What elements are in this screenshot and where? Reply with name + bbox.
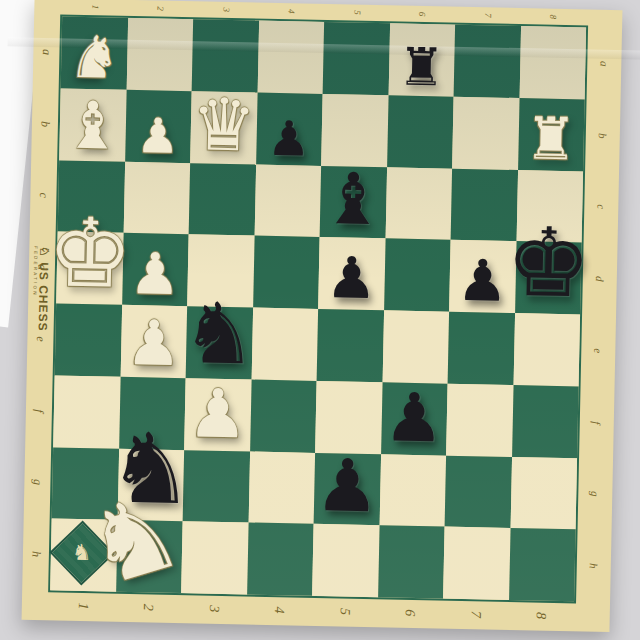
piece-black-bishop-c5[interactable]: ♝ xyxy=(321,163,386,235)
rank-label-top-3: 3 xyxy=(221,8,231,13)
piece-layer: ♞♝♟♛♚♟♟♟♞♜♜♟♝♟♟♚♞♟♞♟ xyxy=(50,16,586,601)
playing-area: ♞♝♟♛♚♟♟♟♞♜♜♟♝♟♟♚♞♟♞♟ xyxy=(48,14,588,603)
file-label-right-d: d xyxy=(594,276,606,282)
file-label-left-h: h xyxy=(28,551,43,557)
rank-label-top-6: 6 xyxy=(418,12,428,17)
rank-label-bottom-5: 5 xyxy=(336,608,352,615)
file-label-right-b: b xyxy=(597,133,609,139)
rank-label-bottom-1: 1 xyxy=(75,602,91,609)
rank-label-top-8: 8 xyxy=(549,14,559,19)
board-photo: ♞♝♟♛♚♟♟♟♞♜♜♟♝♟♟♚♞♟♞♟ ♘ US CHESS FEDERATI… xyxy=(0,0,640,640)
file-label-right-h: h xyxy=(588,563,600,569)
piece-black-king-d8[interactable]: ♚ xyxy=(505,215,592,312)
piece-white-knight-a1[interactable]: ♞ xyxy=(68,27,121,86)
rank-label-top-5: 5 xyxy=(352,10,362,15)
rank-label-top-7: 7 xyxy=(483,13,493,18)
coordinate-labels: aabbccddeeffgghh1122334455667788 xyxy=(35,0,623,10)
piece-white-rook-b8[interactable]: ♜ xyxy=(524,109,577,168)
piece-white-pawn-e2[interactable]: ♟ xyxy=(125,312,182,375)
chess-board: ♞♝♟♛♚♟♟♟♞♜♜♟♝♟♟♚♞♟♞♟ ♘ US CHESS FEDERATI… xyxy=(22,0,623,632)
rank-label-top-2: 2 xyxy=(156,6,166,11)
rank-label-bottom-6: 6 xyxy=(402,609,418,616)
file-label-right-f: f xyxy=(591,421,603,424)
rank-label-bottom-4: 4 xyxy=(271,606,287,613)
piece-black-pawn-f6[interactable]: ♟ xyxy=(383,384,444,452)
piece-white-pawn-f3[interactable]: ♟ xyxy=(187,380,248,448)
file-label-left-f: f xyxy=(31,409,46,413)
piece-black-pawn-d7[interactable]: ♟ xyxy=(456,252,508,310)
piece-black-rook-a6[interactable]: ♜ xyxy=(398,40,446,93)
piece-white-queen-b3[interactable]: ♛ xyxy=(191,88,257,161)
file-label-right-g: g xyxy=(589,491,601,497)
file-label-left-e: e xyxy=(33,336,48,342)
file-label-left-a: a xyxy=(39,49,54,55)
piece-white-bishop-b1[interactable]: ♝ xyxy=(63,92,123,158)
file-label-left-b: b xyxy=(37,121,52,127)
piece-black-pawn-b4[interactable]: ♟ xyxy=(267,113,311,162)
rank-label-top-4: 4 xyxy=(287,9,297,14)
piece-black-pawn-d5[interactable]: ♟ xyxy=(325,249,377,307)
rank-label-bottom-8: 8 xyxy=(533,612,549,619)
piece-white-pawn-d2[interactable]: ♟ xyxy=(129,245,181,303)
file-label-right-c: c xyxy=(595,205,607,210)
file-label-right-e: e xyxy=(592,348,604,353)
rank-label-bottom-3: 3 xyxy=(206,605,222,612)
piece-black-knight-g2[interactable]: ♞ xyxy=(106,420,195,519)
file-label-left-g: g xyxy=(30,479,45,485)
rank-label-bottom-7: 7 xyxy=(467,611,483,618)
piece-white-pawn-b2[interactable]: ♟ xyxy=(136,111,180,160)
piece-white-king-d1[interactable]: ♚ xyxy=(46,205,133,302)
rank-label-top-1: 1 xyxy=(90,5,100,10)
rank-label-bottom-2: 2 xyxy=(140,604,156,611)
file-label-right-a: a xyxy=(598,61,610,67)
piece-black-pawn-g5[interactable]: ♟ xyxy=(314,449,380,522)
piece-black-knight-e3[interactable]: ♞ xyxy=(181,291,258,377)
